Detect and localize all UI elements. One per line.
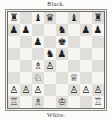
piece-white-pawn[interactable]: ♙ bbox=[70, 84, 79, 96]
piece-black-rook[interactable]: ♜ bbox=[10, 12, 19, 24]
piece-white-pawn[interactable]: ♙ bbox=[34, 84, 43, 96]
square-f3[interactable]: ♕ bbox=[68, 72, 80, 84]
piece-white-knight[interactable]: ♘ bbox=[34, 72, 43, 84]
square-e2[interactable] bbox=[56, 84, 68, 96]
square-a1[interactable]: ♖ bbox=[8, 96, 20, 108]
piece-black-pawn[interactable]: ♟ bbox=[58, 48, 67, 60]
piece-white-pawn[interactable]: ♙ bbox=[82, 84, 91, 96]
square-h4[interactable] bbox=[92, 60, 104, 72]
square-g1[interactable] bbox=[80, 96, 92, 108]
square-f4[interactable] bbox=[68, 60, 80, 72]
square-f2[interactable]: ♙ bbox=[68, 84, 80, 96]
chess-board: ♜♝♛♝♜♟♟♞♟♟♟♚♞♟♗♙♘♕♙♙♙♙♙♙♖♗♔♖ bbox=[7, 11, 105, 109]
square-f5[interactable] bbox=[68, 48, 80, 60]
piece-black-pawn[interactable]: ♟ bbox=[94, 24, 103, 36]
square-c1[interactable]: ♗ bbox=[32, 96, 44, 108]
square-e4[interactable] bbox=[56, 60, 68, 72]
square-b5[interactable] bbox=[20, 48, 32, 60]
square-b4[interactable] bbox=[20, 60, 32, 72]
square-a6[interactable] bbox=[8, 36, 20, 48]
square-c2[interactable]: ♙ bbox=[32, 84, 44, 96]
square-d2[interactable] bbox=[44, 84, 56, 96]
square-d7[interactable] bbox=[44, 24, 56, 36]
square-a2[interactable]: ♙ bbox=[8, 84, 20, 96]
square-d3[interactable] bbox=[44, 72, 56, 84]
piece-white-pawn[interactable]: ♙ bbox=[94, 84, 103, 96]
piece-white-pawn[interactable]: ♙ bbox=[10, 84, 19, 96]
piece-black-rook[interactable]: ♜ bbox=[94, 12, 103, 24]
book-diagram-page: Black. ♜♝♛♝♜♟♟♞♟♟♟♚♞♟♗♙♘♕♙♙♙♙♙♙♖♗♔♖ Whit… bbox=[0, 0, 112, 120]
square-b7[interactable]: ♟ bbox=[20, 24, 32, 36]
square-h1[interactable]: ♖ bbox=[92, 96, 104, 108]
square-a5[interactable] bbox=[8, 48, 20, 60]
square-a4[interactable] bbox=[8, 60, 20, 72]
square-b1[interactable] bbox=[20, 96, 32, 108]
piece-black-pawn[interactable]: ♟ bbox=[82, 24, 91, 36]
piece-white-bishop[interactable]: ♗ bbox=[34, 60, 43, 72]
square-g5[interactable] bbox=[80, 48, 92, 60]
square-e8[interactable] bbox=[56, 12, 68, 24]
piece-black-king[interactable]: ♚ bbox=[58, 36, 67, 48]
square-h8[interactable]: ♜ bbox=[92, 12, 104, 24]
piece-white-rook[interactable]: ♖ bbox=[94, 96, 103, 108]
square-f7[interactable] bbox=[68, 24, 80, 36]
square-h2[interactable]: ♙ bbox=[92, 84, 104, 96]
square-a3[interactable] bbox=[8, 72, 20, 84]
square-g6[interactable] bbox=[80, 36, 92, 48]
square-e5[interactable]: ♟ bbox=[56, 48, 68, 60]
square-d5[interactable]: ♞ bbox=[44, 48, 56, 60]
square-c8[interactable]: ♝ bbox=[32, 12, 44, 24]
square-a8[interactable]: ♜ bbox=[8, 12, 20, 24]
square-e6[interactable]: ♚ bbox=[56, 36, 68, 48]
piece-white-pawn[interactable]: ♙ bbox=[22, 84, 31, 96]
square-d6[interactable] bbox=[44, 36, 56, 48]
square-h6[interactable] bbox=[92, 36, 104, 48]
square-b2[interactable]: ♙ bbox=[20, 84, 32, 96]
piece-black-knight[interactable]: ♞ bbox=[58, 24, 67, 36]
piece-black-bishop[interactable]: ♝ bbox=[34, 12, 43, 24]
piece-black-pawn[interactable]: ♟ bbox=[10, 24, 19, 36]
piece-white-rook[interactable]: ♖ bbox=[10, 96, 19, 108]
square-g3[interactable] bbox=[80, 72, 92, 84]
white-side-label: White. bbox=[0, 112, 112, 119]
square-g2[interactable]: ♙ bbox=[80, 84, 92, 96]
piece-black-pawn[interactable]: ♟ bbox=[22, 24, 31, 36]
square-c5[interactable] bbox=[32, 48, 44, 60]
square-b6[interactable] bbox=[20, 36, 32, 48]
square-c4[interactable]: ♗ bbox=[32, 60, 44, 72]
piece-black-bishop[interactable]: ♝ bbox=[70, 12, 79, 24]
square-g7[interactable]: ♟ bbox=[80, 24, 92, 36]
square-f8[interactable]: ♝ bbox=[68, 12, 80, 24]
square-e1[interactable]: ♔ bbox=[56, 96, 68, 108]
piece-white-pawn[interactable]: ♙ bbox=[46, 60, 55, 72]
black-side-label: Black. bbox=[0, 1, 112, 8]
square-c3[interactable]: ♘ bbox=[32, 72, 44, 84]
square-a7[interactable]: ♟ bbox=[8, 24, 20, 36]
square-e3[interactable] bbox=[56, 72, 68, 84]
square-b8[interactable] bbox=[20, 12, 32, 24]
piece-white-queen[interactable]: ♕ bbox=[70, 72, 79, 84]
piece-black-knight[interactable]: ♞ bbox=[46, 48, 55, 60]
square-g4[interactable] bbox=[80, 60, 92, 72]
piece-white-bishop[interactable]: ♗ bbox=[34, 96, 43, 108]
square-h5[interactable] bbox=[92, 48, 104, 60]
square-e7[interactable]: ♞ bbox=[56, 24, 68, 36]
square-d8[interactable]: ♛ bbox=[44, 12, 56, 24]
square-c7[interactable] bbox=[32, 24, 44, 36]
square-d4[interactable]: ♙ bbox=[44, 60, 56, 72]
piece-white-king[interactable]: ♔ bbox=[58, 96, 67, 108]
square-d1[interactable] bbox=[44, 96, 56, 108]
board-frame: ♜♝♛♝♜♟♟♞♟♟♟♚♞♟♗♙♘♕♙♙♙♙♙♙♖♗♔♖ bbox=[5, 9, 107, 111]
square-b3[interactable] bbox=[20, 72, 32, 84]
square-g8[interactable] bbox=[80, 12, 92, 24]
square-h3[interactable] bbox=[92, 72, 104, 84]
square-h7[interactable]: ♟ bbox=[92, 24, 104, 36]
square-f6[interactable] bbox=[68, 36, 80, 48]
square-c6[interactable]: ♟ bbox=[32, 36, 44, 48]
square-f1[interactable] bbox=[68, 96, 80, 108]
piece-black-pawn[interactable]: ♟ bbox=[34, 36, 43, 48]
piece-black-queen[interactable]: ♛ bbox=[46, 12, 55, 24]
